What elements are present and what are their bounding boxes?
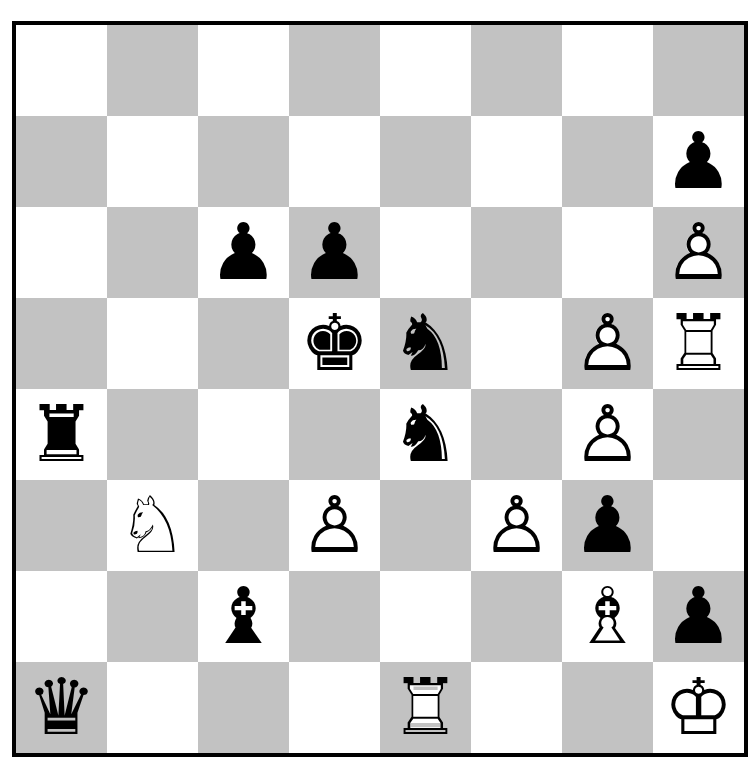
square-c2[interactable]: ♝ bbox=[198, 571, 289, 662]
black-pawn: ♟ bbox=[289, 207, 380, 298]
square-e2[interactable] bbox=[380, 571, 471, 662]
square-h6[interactable]: ♟♙ bbox=[653, 207, 744, 298]
square-a8[interactable] bbox=[16, 25, 107, 116]
white-pawn-glyph: ♙ bbox=[562, 298, 653, 389]
square-a7[interactable] bbox=[16, 116, 107, 207]
square-b8[interactable] bbox=[107, 25, 198, 116]
square-e7[interactable] bbox=[380, 116, 471, 207]
square-f6[interactable] bbox=[471, 207, 562, 298]
black-knight-glyph: ♞ bbox=[380, 389, 471, 480]
black-king: ♚ bbox=[289, 298, 380, 389]
square-c5[interactable] bbox=[198, 298, 289, 389]
square-g5[interactable]: ♟♙ bbox=[562, 298, 653, 389]
square-h5[interactable]: ♜♖ bbox=[653, 298, 744, 389]
square-e4[interactable]: ♞ bbox=[380, 389, 471, 480]
square-h4[interactable] bbox=[653, 389, 744, 480]
chess-board: ♟♟♟♟♙♚♞♟♙♜♖♜♞♟♙♞♘♟♙♟♙♟♝♝♗♟♛♜♖♚♔ bbox=[12, 21, 748, 757]
square-c6[interactable]: ♟ bbox=[198, 207, 289, 298]
black-bishop: ♝ bbox=[198, 571, 289, 662]
square-d6[interactable]: ♟ bbox=[289, 207, 380, 298]
white-pawn: ♟♙ bbox=[653, 207, 744, 298]
black-pawn-glyph: ♟ bbox=[562, 480, 653, 571]
white-pawn: ♟♙ bbox=[562, 298, 653, 389]
black-pawn-glyph: ♟ bbox=[653, 116, 744, 207]
black-pawn: ♟ bbox=[198, 207, 289, 298]
square-a3[interactable] bbox=[16, 480, 107, 571]
black-rook-glyph: ♜ bbox=[16, 389, 107, 480]
square-b6[interactable] bbox=[107, 207, 198, 298]
square-h8[interactable] bbox=[653, 25, 744, 116]
chess-board-frame: ♟♟♟♟♙♚♞♟♙♜♖♜♞♟♙♞♘♟♙♟♙♟♝♝♗♟♛♜♖♚♔ bbox=[12, 21, 748, 757]
square-h1[interactable]: ♚♔ bbox=[653, 662, 744, 753]
square-b2[interactable] bbox=[107, 571, 198, 662]
white-king: ♚♔ bbox=[653, 662, 744, 753]
black-pawn: ♟ bbox=[653, 116, 744, 207]
white-rook: ♜♖ bbox=[380, 662, 471, 753]
square-d3[interactable]: ♟♙ bbox=[289, 480, 380, 571]
square-g1[interactable] bbox=[562, 662, 653, 753]
white-knight: ♞♘ bbox=[107, 480, 198, 571]
white-pawn-glyph: ♙ bbox=[289, 480, 380, 571]
white-pawn: ♟♙ bbox=[471, 480, 562, 571]
white-bishop: ♝♗ bbox=[562, 571, 653, 662]
black-knight: ♞ bbox=[380, 298, 471, 389]
black-knight-glyph: ♞ bbox=[380, 298, 471, 389]
square-e1[interactable]: ♜♖ bbox=[380, 662, 471, 753]
square-g4[interactable]: ♟♙ bbox=[562, 389, 653, 480]
black-queen-glyph: ♛ bbox=[16, 662, 107, 753]
white-rook: ♜♖ bbox=[653, 298, 744, 389]
white-pawn-glyph: ♙ bbox=[562, 389, 653, 480]
square-g3[interactable]: ♟ bbox=[562, 480, 653, 571]
square-f8[interactable] bbox=[471, 25, 562, 116]
white-rook-glyph: ♖ bbox=[653, 298, 744, 389]
white-bishop-glyph: ♗ bbox=[562, 571, 653, 662]
square-a1[interactable]: ♛ bbox=[16, 662, 107, 753]
black-pawn: ♟ bbox=[562, 480, 653, 571]
black-queen: ♛ bbox=[16, 662, 107, 753]
square-h2[interactable]: ♟ bbox=[653, 571, 744, 662]
square-h3[interactable] bbox=[653, 480, 744, 571]
square-c1[interactable] bbox=[198, 662, 289, 753]
square-f4[interactable] bbox=[471, 389, 562, 480]
square-c4[interactable] bbox=[198, 389, 289, 480]
black-pawn: ♟ bbox=[653, 571, 744, 662]
square-c7[interactable] bbox=[198, 116, 289, 207]
square-g7[interactable] bbox=[562, 116, 653, 207]
square-g2[interactable]: ♝♗ bbox=[562, 571, 653, 662]
black-pawn-glyph: ♟ bbox=[653, 571, 744, 662]
square-f1[interactable] bbox=[471, 662, 562, 753]
black-knight: ♞ bbox=[380, 389, 471, 480]
square-b7[interactable] bbox=[107, 116, 198, 207]
square-c8[interactable] bbox=[198, 25, 289, 116]
square-d2[interactable] bbox=[289, 571, 380, 662]
square-d7[interactable] bbox=[289, 116, 380, 207]
white-pawn-glyph: ♙ bbox=[653, 207, 744, 298]
page: ♟♟♟♟♙♚♞♟♙♜♖♜♞♟♙♞♘♟♙♟♙♟♝♝♗♟♛♜♖♚♔ bbox=[0, 0, 756, 773]
black-pawn-glyph: ♟ bbox=[289, 207, 380, 298]
square-d1[interactable] bbox=[289, 662, 380, 753]
white-pawn: ♟♙ bbox=[562, 389, 653, 480]
square-d8[interactable] bbox=[289, 25, 380, 116]
square-c3[interactable] bbox=[198, 480, 289, 571]
square-b5[interactable] bbox=[107, 298, 198, 389]
square-a6[interactable] bbox=[16, 207, 107, 298]
black-bishop-glyph: ♝ bbox=[198, 571, 289, 662]
square-a5[interactable] bbox=[16, 298, 107, 389]
square-f2[interactable] bbox=[471, 571, 562, 662]
square-f5[interactable] bbox=[471, 298, 562, 389]
square-a4[interactable]: ♜ bbox=[16, 389, 107, 480]
square-f7[interactable] bbox=[471, 116, 562, 207]
black-rook: ♜ bbox=[16, 389, 107, 480]
square-h7[interactable]: ♟ bbox=[653, 116, 744, 207]
square-b3[interactable]: ♞♘ bbox=[107, 480, 198, 571]
square-e6[interactable] bbox=[380, 207, 471, 298]
black-king-glyph: ♚ bbox=[289, 298, 380, 389]
square-f3[interactable]: ♟♙ bbox=[471, 480, 562, 571]
white-pawn-glyph: ♙ bbox=[471, 480, 562, 571]
white-pawn: ♟♙ bbox=[289, 480, 380, 571]
square-e3[interactable] bbox=[380, 480, 471, 571]
black-pawn-glyph: ♟ bbox=[198, 207, 289, 298]
white-knight-glyph: ♘ bbox=[107, 480, 198, 571]
square-e5[interactable]: ♞ bbox=[380, 298, 471, 389]
white-rook-glyph: ♖ bbox=[380, 662, 471, 753]
square-g8[interactable] bbox=[562, 25, 653, 116]
square-e8[interactable] bbox=[380, 25, 471, 116]
square-b4[interactable] bbox=[107, 389, 198, 480]
white-king-glyph: ♔ bbox=[653, 662, 744, 753]
square-a2[interactable] bbox=[16, 571, 107, 662]
square-g6[interactable] bbox=[562, 207, 653, 298]
square-b1[interactable] bbox=[107, 662, 198, 753]
square-d5[interactable]: ♚ bbox=[289, 298, 380, 389]
square-d4[interactable] bbox=[289, 389, 380, 480]
